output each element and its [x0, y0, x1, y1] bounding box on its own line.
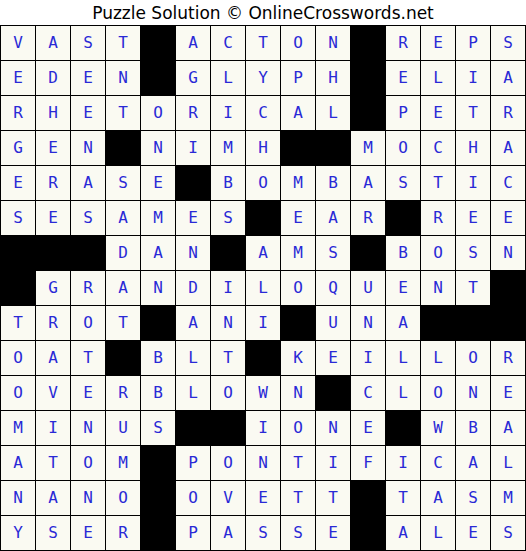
- letter-cell-r10c2: A: [36, 341, 70, 375]
- letter-cell-r12c15: A: [491, 411, 525, 445]
- letter-cell-r7c9: M: [281, 236, 315, 270]
- letter-cell-r14c3: N: [71, 481, 105, 515]
- letter-cell-r7c15: N: [491, 236, 525, 270]
- letter-cell-r2c13: L: [421, 61, 455, 95]
- block-cell-r9c15: [491, 306, 525, 340]
- letter-cell-r1c1: V: [1, 26, 35, 60]
- letter-cell-r8c6: D: [176, 271, 210, 305]
- letter-cell-r1c3: S: [71, 26, 105, 60]
- letter-cell-r11c9: N: [281, 376, 315, 410]
- letter-cell-r13c2: T: [36, 446, 70, 480]
- letter-cell-r3c3: E: [71, 96, 105, 130]
- letter-cell-r3c12: P: [386, 96, 420, 130]
- letter-cell-r6c6: E: [176, 201, 210, 235]
- letter-cell-r13c9: T: [281, 446, 315, 480]
- block-cell-r7c3: [71, 236, 105, 270]
- letter-cell-r12c2: I: [36, 411, 70, 445]
- letter-cell-r3c10: L: [316, 96, 350, 130]
- block-cell-r1c5: [141, 26, 175, 60]
- letter-cell-r13c6: P: [176, 446, 210, 480]
- letter-cell-r2c3: E: [71, 61, 105, 95]
- letter-cell-r15c6: P: [176, 516, 210, 550]
- letter-cell-r4c7: M: [211, 131, 245, 165]
- letter-cell-r4c8: H: [246, 131, 280, 165]
- letter-cell-r8c13: N: [421, 271, 455, 305]
- letter-cell-r1c2: A: [36, 26, 70, 60]
- letter-cell-r5c3: A: [71, 166, 105, 200]
- letter-cell-r3c6: R: [176, 96, 210, 130]
- letter-cell-r14c13: A: [421, 481, 455, 515]
- letter-cell-r3c15: R: [491, 96, 525, 130]
- letter-cell-r11c8: W: [246, 376, 280, 410]
- letter-cell-r11c6: L: [176, 376, 210, 410]
- letter-cell-r15c3: E: [71, 516, 105, 550]
- letter-cell-r10c11: I: [351, 341, 385, 375]
- block-cell-r6c8: [246, 201, 280, 235]
- letter-cell-r10c12: L: [386, 341, 420, 375]
- letter-cell-r1c15: S: [491, 26, 525, 60]
- letter-cell-r14c1: N: [1, 481, 35, 515]
- block-cell-r2c11: [351, 61, 385, 95]
- letter-cell-r11c2: V: [36, 376, 70, 410]
- letter-cell-r4c1: G: [1, 131, 35, 165]
- letter-cell-r7c6: N: [176, 236, 210, 270]
- letter-cell-r4c12: O: [386, 131, 420, 165]
- block-cell-r13c5: [141, 446, 175, 480]
- letter-cell-r12c8: I: [246, 411, 280, 445]
- letter-cell-r12c5: S: [141, 411, 175, 445]
- letter-cell-r10c9: K: [281, 341, 315, 375]
- letter-cell-r15c12: A: [386, 516, 420, 550]
- letter-cell-r6c1: S: [1, 201, 35, 235]
- letter-cell-r13c10: I: [316, 446, 350, 480]
- letter-cell-r6c10: A: [316, 201, 350, 235]
- letter-cell-r10c3: T: [71, 341, 105, 375]
- letter-cell-r6c13: R: [421, 201, 455, 235]
- letter-cell-r15c2: S: [36, 516, 70, 550]
- letter-cell-r10c1: O: [1, 341, 35, 375]
- letter-cell-r8c2: G: [36, 271, 70, 305]
- letter-cell-r10c13: L: [421, 341, 455, 375]
- letter-cell-r1c7: C: [211, 26, 245, 60]
- letter-cell-r7c14: S: [456, 236, 490, 270]
- letter-cell-r11c1: O: [1, 376, 35, 410]
- letter-cell-r1c6: A: [176, 26, 210, 60]
- letter-cell-r14c15: M: [491, 481, 525, 515]
- letter-cell-r1c9: O: [281, 26, 315, 60]
- letter-cell-r9c4: T: [106, 306, 140, 340]
- letter-cell-r8c8: L: [246, 271, 280, 305]
- letter-cell-r5c11: A: [351, 166, 385, 200]
- block-cell-r5c6: [176, 166, 210, 200]
- letter-cell-r4c3: N: [71, 131, 105, 165]
- letter-cell-r15c9: S: [281, 516, 315, 550]
- letter-cell-r13c4: M: [106, 446, 140, 480]
- letter-cell-r15c8: S: [246, 516, 280, 550]
- letter-cell-r9c1: T: [1, 306, 35, 340]
- letter-cell-r6c3: S: [71, 201, 105, 235]
- block-cell-r7c1: [1, 236, 35, 270]
- letter-cell-r3c2: H: [36, 96, 70, 130]
- letter-cell-r3c9: A: [281, 96, 315, 130]
- block-cell-r3c11: [351, 96, 385, 130]
- letter-cell-r6c9: E: [281, 201, 315, 235]
- letter-cell-r5c1: E: [1, 166, 35, 200]
- block-cell-r2c5: [141, 61, 175, 95]
- letter-cell-r4c11: M: [351, 131, 385, 165]
- letter-cell-r5c15: C: [491, 166, 525, 200]
- letter-cell-r9c11: N: [351, 306, 385, 340]
- letter-cell-r5c10: B: [316, 166, 350, 200]
- letter-cell-r15c7: A: [211, 516, 245, 550]
- block-cell-r4c10: [316, 131, 350, 165]
- letter-cell-r8c5: N: [141, 271, 175, 305]
- letter-cell-r4c14: H: [456, 131, 490, 165]
- block-cell-r10c4: [106, 341, 140, 375]
- letter-cell-r13c7: O: [211, 446, 245, 480]
- letter-cell-r14c4: O: [106, 481, 140, 515]
- letter-cell-r6c11: R: [351, 201, 385, 235]
- letter-cell-r10c10: E: [316, 341, 350, 375]
- letter-cell-r11c12: L: [386, 376, 420, 410]
- letter-cell-r8c3: R: [71, 271, 105, 305]
- page-title: Puzzle Solution © OnlineCrosswords.net: [0, 0, 526, 25]
- letter-cell-r14c12: T: [386, 481, 420, 515]
- block-cell-r7c11: [351, 236, 385, 270]
- letter-cell-r5c2: R: [36, 166, 70, 200]
- letter-cell-r9c3: O: [71, 306, 105, 340]
- letter-cell-r4c5: N: [141, 131, 175, 165]
- letter-cell-r4c13: C: [421, 131, 455, 165]
- letter-cell-r12c3: N: [71, 411, 105, 445]
- letter-cell-r3c8: C: [246, 96, 280, 130]
- letter-cell-r1c12: R: [386, 26, 420, 60]
- letter-cell-r13c14: A: [456, 446, 490, 480]
- letter-cell-r4c15: A: [491, 131, 525, 165]
- letter-cell-r13c13: C: [421, 446, 455, 480]
- block-cell-r1c11: [351, 26, 385, 60]
- block-cell-r9c5: [141, 306, 175, 340]
- letter-cell-r12c10: N: [316, 411, 350, 445]
- letter-cell-r11c3: E: [71, 376, 105, 410]
- block-cell-r4c4: [106, 131, 140, 165]
- block-cell-r8c15: [491, 271, 525, 305]
- letter-cell-r9c6: A: [176, 306, 210, 340]
- block-cell-r14c11: [351, 481, 385, 515]
- letter-cell-r2c9: P: [281, 61, 315, 95]
- letter-cell-r3c1: R: [1, 96, 35, 130]
- letter-cell-r5c9: M: [281, 166, 315, 200]
- block-cell-r12c6: [176, 411, 210, 445]
- letter-cell-r13c3: O: [71, 446, 105, 480]
- letter-cell-r4c6: I: [176, 131, 210, 165]
- block-cell-r4c9: [281, 131, 315, 165]
- letter-cell-r1c13: E: [421, 26, 455, 60]
- letter-cell-r7c12: B: [386, 236, 420, 270]
- letter-cell-r13c11: F: [351, 446, 385, 480]
- letter-cell-r5c8: O: [246, 166, 280, 200]
- letter-cell-r15c4: R: [106, 516, 140, 550]
- letter-cell-r6c15: E: [491, 201, 525, 235]
- letter-cell-r8c7: I: [211, 271, 245, 305]
- block-cell-r6c12: [386, 201, 420, 235]
- letter-cell-r14c14: S: [456, 481, 490, 515]
- block-cell-r12c7: [211, 411, 245, 445]
- block-cell-r9c9: [281, 306, 315, 340]
- letter-cell-r2c10: H: [316, 61, 350, 95]
- letter-cell-r2c6: G: [176, 61, 210, 95]
- letter-cell-r10c5: B: [141, 341, 175, 375]
- letter-cell-r7c4: D: [106, 236, 140, 270]
- letter-cell-r8c10: Q: [316, 271, 350, 305]
- block-cell-r11c10: [316, 376, 350, 410]
- letter-cell-r2c15: A: [491, 61, 525, 95]
- letter-cell-r1c10: N: [316, 26, 350, 60]
- letter-cell-r2c2: D: [36, 61, 70, 95]
- letter-cell-r12c1: M: [1, 411, 35, 445]
- letter-cell-r12c4: U: [106, 411, 140, 445]
- letter-cell-r2c8: Y: [246, 61, 280, 95]
- letter-cell-r3c5: O: [141, 96, 175, 130]
- block-cell-r12c12: [386, 411, 420, 445]
- letter-cell-r11c14: N: [456, 376, 490, 410]
- letter-cell-r11c15: E: [491, 376, 525, 410]
- crossword-grid: VASTACTONREPSEDENGLYPHELIARHETORICALPETR…: [0, 25, 526, 551]
- letter-cell-r2c14: I: [456, 61, 490, 95]
- letter-cell-r13c1: A: [1, 446, 35, 480]
- letter-cell-r9c7: N: [211, 306, 245, 340]
- letter-cell-r2c1: E: [1, 61, 35, 95]
- letter-cell-r7c10: S: [316, 236, 350, 270]
- letter-cell-r14c6: O: [176, 481, 210, 515]
- letter-cell-r15c1: Y: [1, 516, 35, 550]
- block-cell-r15c11: [351, 516, 385, 550]
- letter-cell-r6c7: S: [211, 201, 245, 235]
- letter-cell-r14c8: E: [246, 481, 280, 515]
- letter-cell-r1c8: T: [246, 26, 280, 60]
- block-cell-r15c5: [141, 516, 175, 550]
- letter-cell-r11c11: C: [351, 376, 385, 410]
- letter-cell-r15c14: E: [456, 516, 490, 550]
- letter-cell-r10c6: L: [176, 341, 210, 375]
- letter-cell-r5c14: I: [456, 166, 490, 200]
- block-cell-r7c7: [211, 236, 245, 270]
- letter-cell-r7c5: A: [141, 236, 175, 270]
- letter-cell-r10c14: O: [456, 341, 490, 375]
- letter-cell-r5c4: S: [106, 166, 140, 200]
- letter-cell-r15c13: L: [421, 516, 455, 550]
- letter-cell-r13c12: I: [386, 446, 420, 480]
- letter-cell-r11c5: B: [141, 376, 175, 410]
- block-cell-r8c1: [1, 271, 35, 305]
- letter-cell-r13c8: N: [246, 446, 280, 480]
- block-cell-r14c5: [141, 481, 175, 515]
- letter-cell-r6c2: E: [36, 201, 70, 235]
- letter-cell-r6c4: A: [106, 201, 140, 235]
- letter-cell-r9c12: A: [386, 306, 420, 340]
- letter-cell-r8c14: T: [456, 271, 490, 305]
- letter-cell-r10c7: T: [211, 341, 245, 375]
- letter-cell-r12c14: B: [456, 411, 490, 445]
- letter-cell-r4c2: E: [36, 131, 70, 165]
- letter-cell-r3c13: E: [421, 96, 455, 130]
- letter-cell-r2c12: E: [386, 61, 420, 95]
- letter-cell-r8c11: U: [351, 271, 385, 305]
- letter-cell-r5c13: T: [421, 166, 455, 200]
- letter-cell-r7c13: O: [421, 236, 455, 270]
- letter-cell-r14c9: T: [281, 481, 315, 515]
- letter-cell-r8c9: O: [281, 271, 315, 305]
- letter-cell-r2c7: L: [211, 61, 245, 95]
- letter-cell-r8c12: E: [386, 271, 420, 305]
- block-cell-r7c2: [36, 236, 70, 270]
- letter-cell-r15c10: E: [316, 516, 350, 550]
- letter-cell-r6c5: M: [141, 201, 175, 235]
- letter-cell-r15c15: S: [491, 516, 525, 550]
- letter-cell-r10c15: R: [491, 341, 525, 375]
- letter-cell-r12c13: W: [421, 411, 455, 445]
- block-cell-r9c13: [421, 306, 455, 340]
- letter-cell-r14c10: T: [316, 481, 350, 515]
- letter-cell-r14c7: V: [211, 481, 245, 515]
- letter-cell-r2c4: N: [106, 61, 140, 95]
- letter-cell-r11c13: O: [421, 376, 455, 410]
- letter-cell-r3c14: T: [456, 96, 490, 130]
- block-cell-r9c14: [456, 306, 490, 340]
- letter-cell-r5c12: S: [386, 166, 420, 200]
- letter-cell-r1c14: P: [456, 26, 490, 60]
- letter-cell-r5c5: E: [141, 166, 175, 200]
- letter-cell-r8c4: A: [106, 271, 140, 305]
- letter-cell-r3c4: T: [106, 96, 140, 130]
- letter-cell-r3c7: I: [211, 96, 245, 130]
- letter-cell-r1c4: T: [106, 26, 140, 60]
- letter-cell-r5c7: B: [211, 166, 245, 200]
- letter-cell-r11c7: O: [211, 376, 245, 410]
- letter-cell-r13c15: L: [491, 446, 525, 480]
- letter-cell-r12c9: O: [281, 411, 315, 445]
- letter-cell-r12c11: E: [351, 411, 385, 445]
- letter-cell-r9c10: U: [316, 306, 350, 340]
- letter-cell-r14c2: A: [36, 481, 70, 515]
- letter-cell-r9c2: R: [36, 306, 70, 340]
- letter-cell-r11c4: R: [106, 376, 140, 410]
- letter-cell-r6c14: E: [456, 201, 490, 235]
- letter-cell-r9c8: I: [246, 306, 280, 340]
- block-cell-r10c8: [246, 341, 280, 375]
- letter-cell-r7c8: A: [246, 236, 280, 270]
